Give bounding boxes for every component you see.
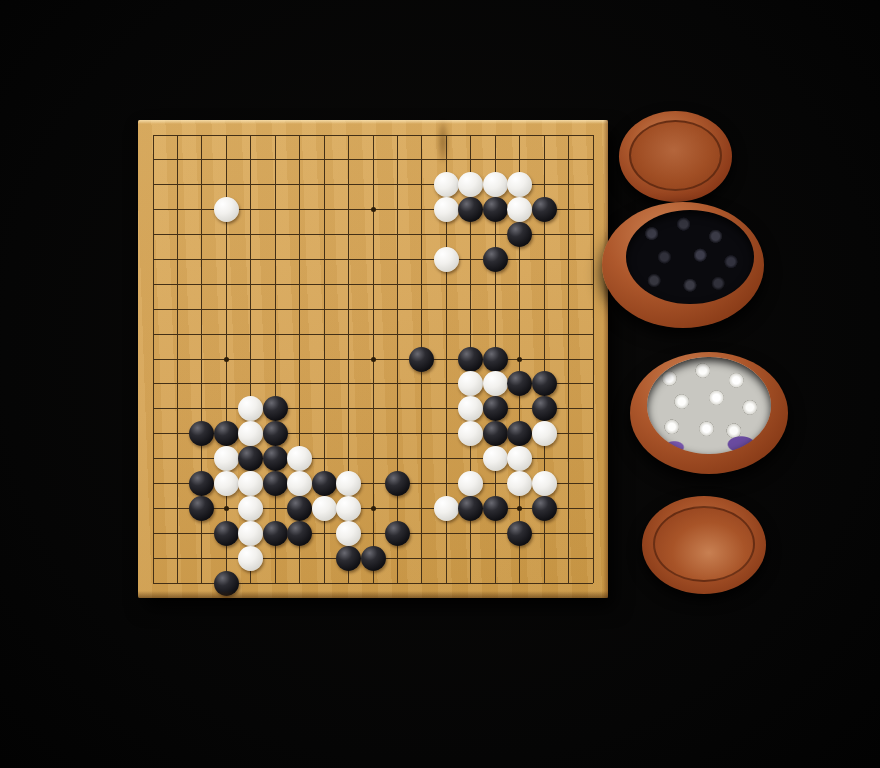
black-stone[interactable] — [238, 446, 263, 471]
white-stone[interactable] — [483, 172, 508, 197]
grid-line-vertical — [568, 135, 569, 583]
white-stone[interactable] — [238, 421, 263, 446]
black-stone[interactable] — [189, 421, 214, 446]
white-stone[interactable] — [214, 197, 239, 222]
black-stone[interactable] — [458, 197, 483, 222]
black-stone[interactable] — [507, 521, 532, 546]
bowl-lid-bottom — [642, 496, 766, 594]
white-stone[interactable] — [458, 371, 483, 396]
grid-line-vertical — [593, 135, 594, 583]
black-stone-bowl — [602, 202, 764, 328]
white-stone[interactable] — [336, 496, 361, 521]
photo-scene — [0, 0, 880, 768]
star-point — [517, 506, 522, 511]
white-stone[interactable] — [458, 396, 483, 421]
white-stone[interactable] — [532, 471, 557, 496]
black-stone[interactable] — [189, 496, 214, 521]
black-stone[interactable] — [483, 396, 508, 421]
white-stone[interactable] — [238, 396, 263, 421]
black-stone[interactable] — [507, 371, 532, 396]
black-stone[interactable] — [532, 197, 557, 222]
black-stone[interactable] — [214, 421, 239, 446]
black-stone[interactable] — [385, 471, 410, 496]
white-stone[interactable] — [483, 371, 508, 396]
star-point — [371, 207, 376, 212]
white-stone[interactable] — [312, 496, 337, 521]
white-stone[interactable] — [507, 197, 532, 222]
black-stone[interactable] — [361, 546, 386, 571]
black-stone[interactable] — [263, 471, 288, 496]
black-stone[interactable] — [287, 521, 312, 546]
black-stone[interactable] — [483, 197, 508, 222]
black-stone[interactable] — [507, 421, 532, 446]
white-stone[interactable] — [532, 421, 557, 446]
black-stone[interactable] — [263, 421, 288, 446]
black-stone[interactable] — [532, 396, 557, 421]
white-stone[interactable] — [238, 496, 263, 521]
white-stone[interactable] — [458, 172, 483, 197]
star-point — [371, 357, 376, 362]
black-stone[interactable] — [458, 347, 483, 372]
black-stone[interactable] — [214, 571, 239, 596]
white-stone[interactable] — [434, 247, 459, 272]
black-stone[interactable] — [532, 496, 557, 521]
black-stone[interactable] — [263, 396, 288, 421]
white-stone[interactable] — [434, 496, 459, 521]
white-stones-in-bowl — [647, 357, 770, 455]
black-stone[interactable] — [483, 247, 508, 272]
star-point — [224, 506, 229, 511]
white-stone[interactable] — [238, 471, 263, 496]
white-stone[interactable] — [238, 521, 263, 546]
white-stone[interactable] — [483, 446, 508, 471]
black-stone[interactable] — [287, 496, 312, 521]
black-stone[interactable] — [214, 521, 239, 546]
go-board[interactable] — [138, 120, 608, 598]
black-stone[interactable] — [263, 521, 288, 546]
black-stone[interactable] — [507, 222, 532, 247]
white-stone[interactable] — [336, 471, 361, 496]
white-stone[interactable] — [507, 172, 532, 197]
grid-line-horizontal — [153, 408, 593, 409]
grid-line-vertical — [397, 135, 398, 583]
star-point — [224, 357, 229, 362]
black-stone[interactable] — [483, 347, 508, 372]
black-stone[interactable] — [532, 371, 557, 396]
white-stone[interactable] — [214, 446, 239, 471]
white-stone[interactable] — [458, 421, 483, 446]
black-stone[interactable] — [483, 496, 508, 521]
white-stone[interactable] — [458, 471, 483, 496]
white-stone[interactable] — [336, 521, 361, 546]
white-stone[interactable] — [287, 446, 312, 471]
star-point — [371, 506, 376, 511]
black-stone[interactable] — [458, 496, 483, 521]
black-stone[interactable] — [189, 471, 214, 496]
black-stone[interactable] — [263, 446, 288, 471]
white-stone[interactable] — [507, 471, 532, 496]
black-stone[interactable] — [483, 421, 508, 446]
black-stones-in-bowl — [626, 210, 754, 305]
black-stone[interactable] — [336, 546, 361, 571]
white-stone[interactable] — [507, 446, 532, 471]
white-stone[interactable] — [214, 471, 239, 496]
white-stone[interactable] — [434, 172, 459, 197]
white-stone[interactable] — [287, 471, 312, 496]
white-stone-bowl — [630, 352, 788, 474]
bowl-lid-top — [619, 111, 732, 202]
board-side-edge — [603, 120, 608, 598]
black-stone[interactable] — [312, 471, 337, 496]
black-stone[interactable] — [409, 347, 434, 372]
black-stone[interactable] — [385, 521, 410, 546]
star-point — [517, 357, 522, 362]
white-stone[interactable] — [434, 197, 459, 222]
white-stone[interactable] — [238, 546, 263, 571]
